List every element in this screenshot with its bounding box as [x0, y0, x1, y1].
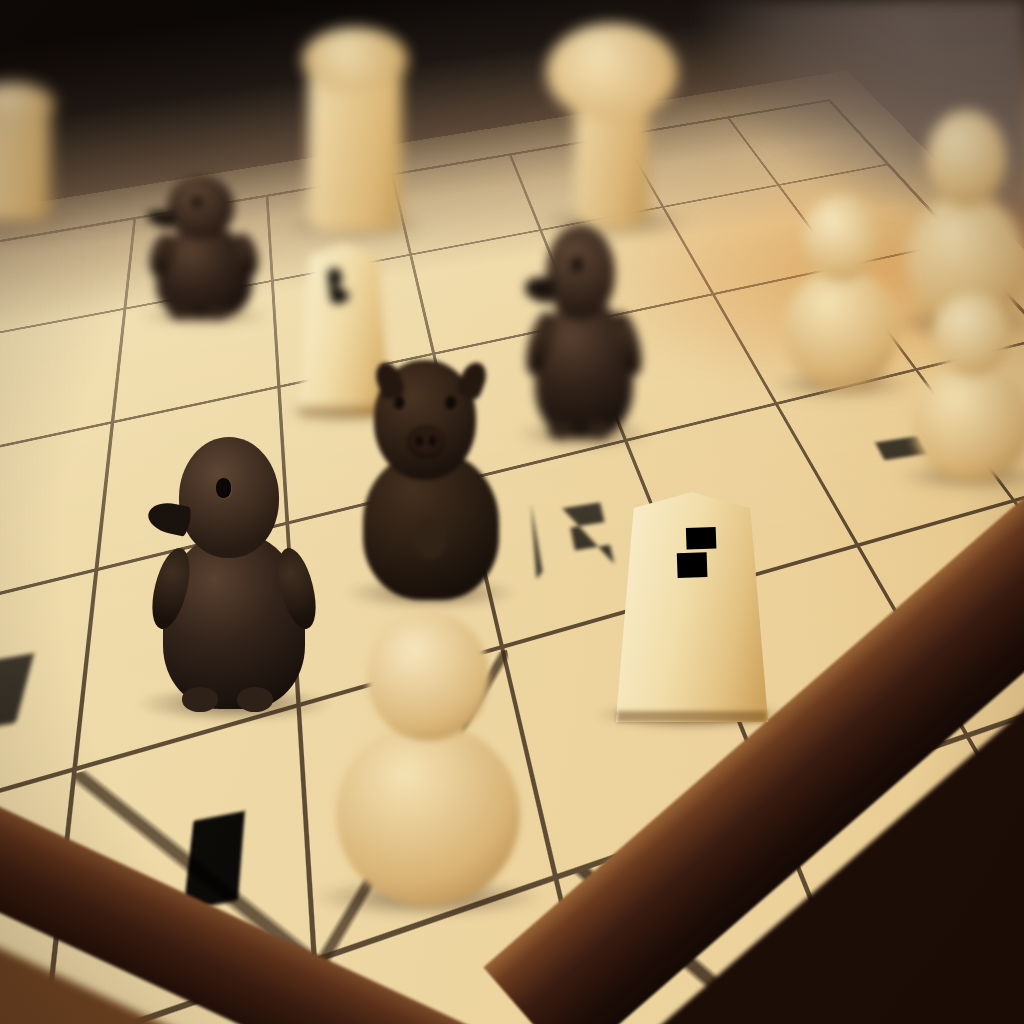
penguin-beak — [523, 274, 556, 303]
black-penguin-piece[interactable] — [153, 437, 315, 712]
cream-pawnm-piece[interactable] — [546, 23, 678, 228]
snowman-body — [913, 364, 1024, 482]
snowman-head — [933, 292, 1011, 376]
snowman-body — [784, 269, 897, 390]
penguin-head — [546, 225, 615, 320]
tile-base-shadow — [617, 711, 766, 723]
snowman-head — [926, 110, 1006, 207]
penguin-foot — [182, 687, 218, 712]
cream-snowman-piece[interactable] — [911, 292, 1024, 482]
penguin-eye — [572, 257, 582, 272]
black-boar-piece[interactable] — [360, 360, 502, 600]
penguin-foot — [548, 421, 573, 440]
cream-pawnc-piece[interactable] — [0, 82, 60, 222]
cream-tile-piece[interactable] — [611, 492, 773, 722]
penguin-head — [167, 175, 234, 239]
cream-snowman-piece[interactable] — [782, 195, 900, 390]
boar-eye — [445, 396, 456, 410]
penguin-head — [179, 437, 279, 558]
snowman-body — [336, 723, 520, 906]
cell-kanji-mark — [0, 336, 97, 425]
black-penguin-piece[interactable] — [528, 225, 640, 440]
boar-paw — [413, 518, 447, 559]
pawnc-cap — [302, 27, 408, 93]
penguin-foot — [586, 421, 611, 440]
penguin-foot — [206, 307, 230, 320]
tile-face — [611, 492, 773, 722]
cream-snowman-piece[interactable] — [332, 611, 524, 906]
board-game-photo — [0, 0, 1024, 1024]
pawnm-mcap — [546, 23, 678, 121]
black-penguin-piece[interactable] — [150, 175, 258, 320]
tile-kanji — [317, 256, 371, 320]
snowman-head — [803, 195, 879, 281]
cell-kanji-mark — [0, 617, 58, 775]
penguin-foot — [237, 687, 273, 712]
penguin-eye — [216, 478, 231, 497]
penguin-foot — [169, 307, 193, 320]
tile-kanji — [647, 512, 737, 598]
cream-pawnc-piece[interactable] — [296, 27, 414, 232]
snowman-head — [367, 611, 490, 741]
penguin-eye — [192, 197, 202, 207]
